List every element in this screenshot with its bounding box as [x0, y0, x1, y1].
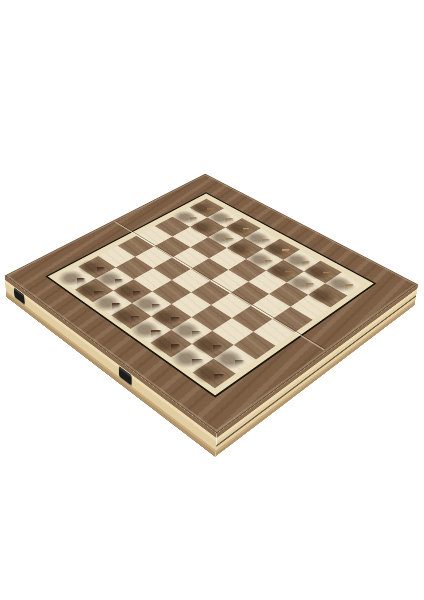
product-photo-scene: ♜♞♝♛♚♝♞♜♟♟♟♟♟♟♟♟♟♟♟♟♟♟♟♟♜♞♝♛♚♝♞♜ — [0, 0, 424, 600]
pieces-layer: ♜♞♝♛♚♝♞♜♟♟♟♟♟♟♟♟♟♟♟♟♟♟♟♟♜♞♝♛♚♝♞♜ — [6, 174, 417, 432]
chess-board-3d: ♜♞♝♛♚♝♞♜♟♟♟♟♟♟♟♟♟♟♟♟♟♟♟♟♜♞♝♛♚♝♞♜ — [5, 174, 419, 434]
board-case-top: ♜♞♝♛♚♝♞♜♟♟♟♟♟♟♟♟♟♟♟♟♟♟♟♟♜♞♝♛♚♝♞♜ — [5, 174, 419, 434]
perspective-stage: ♜♞♝♛♚♝♞♜♟♟♟♟♟♟♟♟♟♟♟♟♟♟♟♟♜♞♝♛♚♝♞♜ — [64, 134, 356, 426]
clasp-icon — [119, 366, 132, 386]
